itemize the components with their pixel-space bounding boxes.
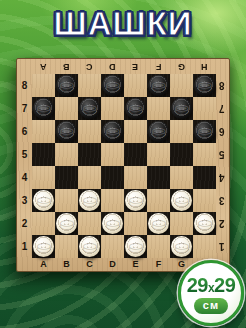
square-f6: ⛂ <box>147 120 170 143</box>
black-piece: ⛂ <box>148 121 169 142</box>
coordinate-label: F <box>156 62 162 72</box>
coordinate-label: C <box>86 259 93 269</box>
black-piece: ⛂ <box>194 75 215 96</box>
square-c4 <box>78 166 101 189</box>
white-piece: ⛀ <box>102 213 123 234</box>
coordinate-label: G <box>178 259 185 269</box>
coordinate-label: 2 <box>219 218 225 229</box>
white-piece: ⛀ <box>33 190 54 211</box>
coordinate-label: H <box>201 62 208 72</box>
square-a4 <box>32 166 55 189</box>
square-h8: ⛂ <box>193 74 216 97</box>
square-h2: ⛀ <box>193 212 216 235</box>
coordinate-label: 1 <box>22 241 28 252</box>
square-g8 <box>170 74 193 97</box>
coordinate-label: 3 <box>22 195 28 206</box>
black-piece: ⛂ <box>79 98 100 119</box>
black-man-icon: ⛂ <box>174 100 189 118</box>
black-man-icon: ⛂ <box>105 77 120 95</box>
black-man-icon: ⛂ <box>151 77 166 95</box>
square-e8 <box>124 74 147 97</box>
coordinate-label: 8 <box>219 80 225 91</box>
rank-labels-right: 87654321 <box>214 74 229 258</box>
black-piece: ⛂ <box>148 75 169 96</box>
square-d2: ⛀ <box>101 212 124 235</box>
white-man-icon: ⛀ <box>174 238 189 256</box>
square-g4 <box>170 166 193 189</box>
black-piece: ⛂ <box>194 121 215 142</box>
square-g5 <box>170 143 193 166</box>
black-piece: ⛂ <box>102 75 123 96</box>
square-h3 <box>193 189 216 212</box>
size-badge-unit: см <box>194 298 228 314</box>
square-f5 <box>147 143 170 166</box>
coordinate-label: 5 <box>22 149 28 160</box>
coordinate-label: A <box>40 62 47 72</box>
square-b5 <box>55 143 78 166</box>
size-width: 29 <box>187 274 208 296</box>
square-d6: ⛂ <box>101 120 124 143</box>
coordinate-label: 6 <box>219 126 225 137</box>
white-man-icon: ⛀ <box>128 238 143 256</box>
square-c3: ⛀ <box>78 189 101 212</box>
square-b6: ⛂ <box>55 120 78 143</box>
square-e2 <box>124 212 147 235</box>
square-f4 <box>147 166 170 189</box>
square-e1: ⛀ <box>124 235 147 258</box>
coordinate-label: 7 <box>22 103 28 114</box>
square-b4 <box>55 166 78 189</box>
black-man-icon: ⛂ <box>36 100 51 118</box>
white-piece: ⛀ <box>194 213 215 234</box>
coordinate-label: 8 <box>22 80 28 91</box>
black-man-icon: ⛂ <box>197 77 212 95</box>
coordinate-label: D <box>109 62 116 72</box>
square-b8: ⛂ <box>55 74 78 97</box>
size-badge-value: 29x29 <box>181 275 241 295</box>
square-e5 <box>124 143 147 166</box>
square-h1 <box>193 235 216 258</box>
coordinate-label: 4 <box>22 172 28 183</box>
white-piece: ⛀ <box>56 213 77 234</box>
black-piece: ⛂ <box>171 98 192 119</box>
square-a3: ⛀ <box>32 189 55 212</box>
board-grid: ⛂⛂⛂⛂⛂⛂⛂⛂⛂⛂⛂⛂⛀⛀⛀⛀⛀⛀⛀⛀⛀⛀⛀⛀ <box>32 74 216 258</box>
coordinate-label: 3 <box>219 195 225 206</box>
black-man-icon: ⛂ <box>128 100 143 118</box>
black-man-icon: ⛂ <box>82 100 97 118</box>
square-d7 <box>101 97 124 120</box>
size-height: 29 <box>214 274 235 296</box>
square-f2: ⛀ <box>147 212 170 235</box>
square-b1 <box>55 235 78 258</box>
white-piece: ⛀ <box>79 190 100 211</box>
coordinate-label: 5 <box>219 149 225 160</box>
square-b7 <box>55 97 78 120</box>
square-e3: ⛀ <box>124 189 147 212</box>
product-title: ШАШКИ <box>0 5 246 43</box>
square-e7: ⛂ <box>124 97 147 120</box>
square-a2 <box>32 212 55 235</box>
black-piece: ⛂ <box>56 75 77 96</box>
square-c1: ⛀ <box>78 235 101 258</box>
coordinate-label: G <box>178 62 185 72</box>
square-c2 <box>78 212 101 235</box>
black-piece: ⛂ <box>102 121 123 142</box>
square-g3: ⛀ <box>170 189 193 212</box>
black-man-icon: ⛂ <box>151 123 166 141</box>
square-d4 <box>101 166 124 189</box>
file-labels-top: ABCDEFGH <box>32 59 216 74</box>
coordinate-label: 4 <box>219 172 225 183</box>
square-g6 <box>170 120 193 143</box>
square-f1 <box>147 235 170 258</box>
square-d5 <box>101 143 124 166</box>
white-piece: ⛀ <box>125 236 146 257</box>
coordinate-label: F <box>156 259 162 269</box>
coordinate-label: 2 <box>22 218 28 229</box>
square-g1: ⛀ <box>170 235 193 258</box>
coordinate-label: B <box>63 259 70 269</box>
square-a1: ⛀ <box>32 235 55 258</box>
square-h5 <box>193 143 216 166</box>
square-d8: ⛂ <box>101 74 124 97</box>
white-piece: ⛀ <box>33 236 54 257</box>
square-b2: ⛀ <box>55 212 78 235</box>
size-badge: 29x29 см <box>178 260 244 326</box>
black-piece: ⛂ <box>56 121 77 142</box>
square-d1 <box>101 235 124 258</box>
coordinate-label: D <box>109 259 116 269</box>
coordinate-label: E <box>132 62 138 72</box>
black-man-icon: ⛂ <box>105 123 120 141</box>
square-c5 <box>78 143 101 166</box>
white-man-icon: ⛀ <box>36 238 51 256</box>
square-h6: ⛂ <box>193 120 216 143</box>
black-man-icon: ⛂ <box>197 123 212 141</box>
white-piece: ⛀ <box>148 213 169 234</box>
square-h7 <box>193 97 216 120</box>
square-a7: ⛂ <box>32 97 55 120</box>
square-a6 <box>32 120 55 143</box>
square-e4 <box>124 166 147 189</box>
checkers-board: ABCDEFGH ABCDEFGH 87654321 87654321 ⛂⛂⛂⛂… <box>16 58 230 272</box>
coordinate-label: A <box>40 259 47 269</box>
square-c7: ⛂ <box>78 97 101 120</box>
coordinate-label: C <box>86 62 93 72</box>
coordinate-label: B <box>63 62 70 72</box>
white-man-icon: ⛀ <box>82 238 97 256</box>
square-f8: ⛂ <box>147 74 170 97</box>
coordinate-label: 1 <box>219 241 225 252</box>
white-man-icon: ⛀ <box>197 215 212 233</box>
white-man-icon: ⛀ <box>36 192 51 210</box>
square-h4 <box>193 166 216 189</box>
white-piece: ⛀ <box>79 236 100 257</box>
white-man-icon: ⛀ <box>151 215 166 233</box>
white-man-icon: ⛀ <box>174 192 189 210</box>
white-piece: ⛀ <box>171 190 192 211</box>
white-man-icon: ⛀ <box>105 215 120 233</box>
product-photo: ШАШКИ ABCDEFGH ABCDEFGH 87654321 8765432… <box>0 0 246 328</box>
coordinate-label: 6 <box>22 126 28 137</box>
black-man-icon: ⛂ <box>59 77 74 95</box>
black-piece: ⛂ <box>33 98 54 119</box>
square-d3 <box>101 189 124 212</box>
white-piece: ⛀ <box>125 190 146 211</box>
square-c6 <box>78 120 101 143</box>
square-e6 <box>124 120 147 143</box>
black-man-icon: ⛂ <box>59 123 74 141</box>
coordinate-label: 7 <box>219 103 225 114</box>
square-b3 <box>55 189 78 212</box>
square-f7 <box>147 97 170 120</box>
square-c8 <box>78 74 101 97</box>
square-f3 <box>147 189 170 212</box>
white-man-icon: ⛀ <box>82 192 97 210</box>
white-piece: ⛀ <box>171 236 192 257</box>
square-g7: ⛂ <box>170 97 193 120</box>
square-a5 <box>32 143 55 166</box>
white-man-icon: ⛀ <box>59 215 74 233</box>
coordinate-label: E <box>132 259 138 269</box>
square-g2 <box>170 212 193 235</box>
black-piece: ⛂ <box>125 98 146 119</box>
square-a8 <box>32 74 55 97</box>
white-man-icon: ⛀ <box>128 192 143 210</box>
rank-labels-left: 87654321 <box>17 74 32 258</box>
